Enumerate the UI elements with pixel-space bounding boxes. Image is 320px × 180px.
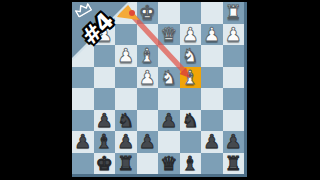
square-e8[interactable] [137,153,159,175]
square-d8[interactable]: ♛ [158,153,180,175]
square-h6[interactable] [72,110,94,132]
black-knight-c6[interactable]: ♞ [180,110,202,132]
white-bishop-e3[interactable]: ♝ [137,45,159,67]
black-pawn-h7[interactable]: ♟ [72,131,94,153]
black-queen-d8[interactable]: ♛ [158,153,180,175]
white-bishop-c4[interactable]: ♝ [180,67,202,89]
square-b8[interactable] [201,153,223,175]
square-a1[interactable]: ♜ [223,2,245,24]
square-h4[interactable] [72,67,94,89]
square-f3[interactable]: ♟ [115,45,137,67]
square-h8[interactable] [72,153,94,175]
square-f6[interactable]: ♞ [115,110,137,132]
square-e4[interactable]: ♟ [137,67,159,89]
white-pawn-f3[interactable]: ♟ [115,45,137,67]
square-e2[interactable] [137,24,159,46]
square-g3[interactable] [94,45,116,67]
square-f5[interactable] [115,88,137,110]
white-pawn-b2[interactable]: ♟ [201,24,223,46]
square-a7[interactable]: ♟ [223,131,245,153]
square-e3[interactable]: ♝ [137,45,159,67]
white-queen-d2[interactable]: ♛ [158,24,180,46]
black-pawn-b7[interactable]: ♟ [201,131,223,153]
white-pawn-c2[interactable]: ♟ [180,24,202,46]
white-pawn-e4[interactable]: ♟ [137,67,159,89]
square-b1[interactable] [201,2,223,24]
square-d7[interactable] [158,131,180,153]
square-f4[interactable] [115,67,137,89]
square-f8[interactable]: ♜ [115,153,137,175]
black-bishop-c8[interactable]: ♝ [180,153,202,175]
white-pawn-a2[interactable]: ♟ [223,24,245,46]
square-c1[interactable] [180,2,202,24]
black-rook-f8[interactable]: ♜ [115,153,137,175]
square-a2[interactable]: ♟ [223,24,245,46]
white-rook-a1[interactable]: ♜ [223,2,245,24]
square-a3[interactable] [223,45,245,67]
square-b5[interactable] [201,88,223,110]
black-king-g8[interactable]: ♚ [94,153,116,175]
square-d4[interactable]: ♞ [158,67,180,89]
square-e1[interactable]: ♚ [137,2,159,24]
square-c2[interactable]: ♟ [180,24,202,46]
square-g8[interactable]: ♚ [94,153,116,175]
square-g7[interactable]: ♝ [94,131,116,153]
black-pawn-d6[interactable]: ♟ [158,110,180,132]
square-b7[interactable]: ♟ [201,131,223,153]
square-d1[interactable] [158,2,180,24]
black-pawn-a7[interactable]: ♟ [223,131,245,153]
square-a6[interactable] [223,110,245,132]
black-pawn-g6[interactable]: ♟ [94,110,116,132]
square-c8[interactable]: ♝ [180,153,202,175]
black-knight-f6[interactable]: ♞ [115,110,137,132]
square-c5[interactable] [180,88,202,110]
white-king-e1[interactable]: ♚ [137,2,159,24]
thumbnail-stage: ♜♚♜♟♟♛♟♟♟♟♝♞♟♞♝♟♞♟♞♟♝♟♟♟♟♚♜♛♝♜ #4 [0,0,320,180]
black-rook-a8[interactable]: ♜ [223,153,245,175]
square-d6[interactable]: ♟ [158,110,180,132]
square-c6[interactable]: ♞ [180,110,202,132]
square-b2[interactable]: ♟ [201,24,223,46]
square-d5[interactable] [158,88,180,110]
black-bishop-g7[interactable]: ♝ [94,131,116,153]
square-b4[interactable] [201,67,223,89]
square-c3[interactable]: ♞ [180,45,202,67]
square-c7[interactable] [180,131,202,153]
square-b3[interactable] [201,45,223,67]
square-a8[interactable]: ♜ [223,153,245,175]
square-d2[interactable]: ♛ [158,24,180,46]
square-c4[interactable]: ♝ [180,67,202,89]
square-b6[interactable] [201,110,223,132]
square-g5[interactable] [94,88,116,110]
square-f7[interactable]: ♟ [115,131,137,153]
square-a5[interactable] [223,88,245,110]
square-d3[interactable] [158,45,180,67]
square-h5[interactable] [72,88,94,110]
square-g6[interactable]: ♟ [94,110,116,132]
black-pawn-f7[interactable]: ♟ [115,131,137,153]
square-h7[interactable]: ♟ [72,131,94,153]
square-f2[interactable] [115,24,137,46]
square-e6[interactable] [137,110,159,132]
square-e7[interactable]: ♟ [137,131,159,153]
white-knight-d4[interactable]: ♞ [158,67,180,89]
square-a4[interactable] [223,67,245,89]
black-pawn-e7[interactable]: ♟ [137,131,159,153]
square-e5[interactable] [137,88,159,110]
square-g4[interactable] [94,67,116,89]
white-knight-c3[interactable]: ♞ [180,45,202,67]
